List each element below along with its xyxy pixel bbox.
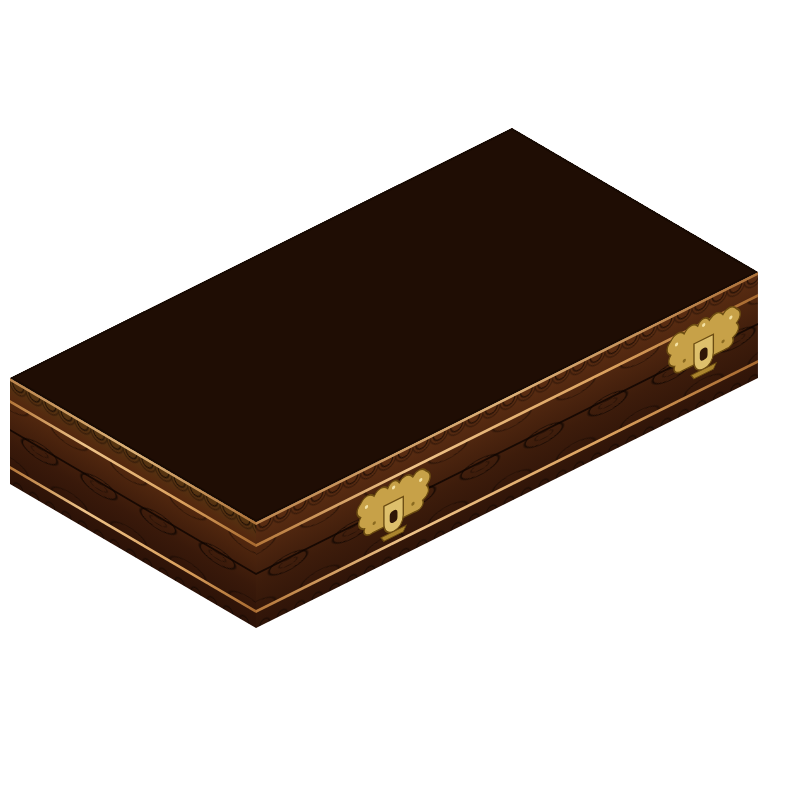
product-photo-folded-chess-box — [0, 0, 800, 800]
